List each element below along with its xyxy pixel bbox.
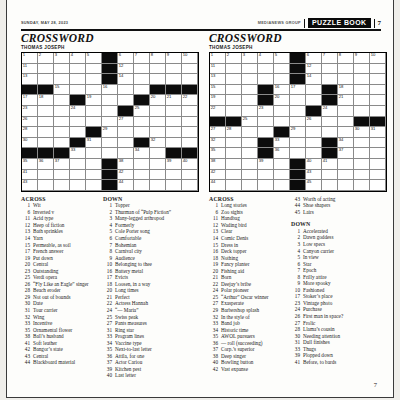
- black-cell: [290, 53, 306, 64]
- grid-cell[interactable]: [226, 106, 242, 117]
- clue-text: Stoker’s place: [303, 293, 332, 299]
- clue-text: Wit: [33, 202, 41, 208]
- grid-cell[interactable]: 43: [22, 180, 38, 191]
- cell-number: 1: [211, 53, 213, 58]
- grid-cell[interactable]: [38, 106, 54, 117]
- grid-cell[interactable]: 19: [86, 95, 102, 106]
- grid-cell[interactable]: [322, 127, 338, 138]
- grid-cell[interactable]: [226, 148, 242, 159]
- grid-cell[interactable]: 15: [54, 85, 70, 96]
- grid-cell[interactable]: 9: [354, 53, 370, 64]
- page-header: SUNDAY, MAY 28, 2023 MEDIANEWS GROUP PUZ…: [21, 18, 381, 28]
- corner-page-number: 7: [374, 381, 377, 388]
- grid-cell[interactable]: [70, 117, 86, 128]
- grid-cell[interactable]: [354, 148, 370, 159]
- cell-number: 19: [87, 95, 92, 100]
- clue-text: Epoch: [303, 267, 316, 273]
- grid-cell[interactable]: [258, 74, 274, 85]
- cell-number: 23: [259, 106, 264, 111]
- grid-cell[interactable]: [54, 117, 70, 128]
- grid-cell[interactable]: [70, 159, 86, 170]
- grid-cell[interactable]: [134, 127, 150, 138]
- cell-number: 21: [167, 95, 172, 100]
- grid-cell[interactable]: 44: [118, 180, 134, 191]
- grid-cell[interactable]: [226, 64, 242, 75]
- grid-cell[interactable]: [290, 148, 306, 159]
- clue-text: Nothing: [221, 255, 238, 261]
- grid-cell[interactable]: [242, 85, 258, 96]
- grid-cell[interactable]: [70, 180, 86, 191]
- cell-number: 11: [23, 64, 27, 69]
- grid-cell[interactable]: [54, 127, 70, 138]
- grid-cell[interactable]: 25: [134, 106, 150, 117]
- clue-text: Deep singer: [221, 353, 246, 359]
- cell-number: 31: [87, 138, 92, 143]
- grid-cell[interactable]: [354, 95, 370, 106]
- grid-cell[interactable]: [150, 170, 166, 181]
- clue-text: Attila, for one: [115, 353, 144, 359]
- grid-cell[interactable]: [134, 180, 150, 191]
- grid-cell[interactable]: 6: [306, 53, 322, 64]
- grid-cell[interactable]: 20: [274, 95, 290, 106]
- grid-cell[interactable]: [166, 74, 182, 85]
- grid-cell[interactable]: 10: [182, 53, 198, 64]
- grid-cell[interactable]: [54, 170, 70, 181]
- clue-number: 44: [21, 359, 30, 366]
- clue-text: Purchase: [303, 306, 322, 312]
- grid-cell[interactable]: [338, 64, 354, 75]
- cell-number: 6: [119, 53, 121, 58]
- grid-cell[interactable]: [38, 138, 54, 149]
- grid-cell[interactable]: [182, 180, 198, 191]
- grid-cell[interactable]: 4: [70, 53, 86, 64]
- grid-cell[interactable]: [226, 138, 242, 149]
- grid-cell[interactable]: [242, 95, 258, 106]
- grid-cell[interactable]: [102, 95, 118, 106]
- grid-cell[interactable]: [242, 170, 258, 181]
- clue-text: Loosen, in a way: [115, 281, 150, 287]
- grid-cell[interactable]: [274, 170, 290, 181]
- grid-cell[interactable]: 40: [182, 159, 198, 170]
- cell-number: 39: [259, 159, 264, 164]
- grid-cell[interactable]: [242, 64, 258, 75]
- grid-cell[interactable]: [150, 74, 166, 85]
- grid-cell[interactable]: [338, 180, 354, 191]
- grid-cell[interactable]: [322, 180, 338, 191]
- grid-cell[interactable]: [338, 170, 354, 181]
- clue-text: Fishing aid: [221, 268, 244, 274]
- grid-cell[interactable]: 10: [370, 53, 386, 64]
- clue-text: Fancy planter: [221, 261, 249, 267]
- grid-cell[interactable]: 18: [38, 95, 54, 106]
- cell-number: 36: [275, 148, 280, 153]
- grid-cell[interactable]: 31: [86, 138, 102, 149]
- cell-number: 27: [211, 127, 216, 132]
- grid-cell[interactable]: 3: [242, 53, 258, 64]
- black-cell: [102, 170, 118, 181]
- grid-cell[interactable]: 13: [22, 74, 38, 85]
- header-rule: [21, 29, 381, 31]
- clue-text: Evicts: [115, 274, 128, 280]
- grid-cell[interactable]: [166, 127, 182, 138]
- grid-cell[interactable]: [150, 159, 166, 170]
- grid-cell[interactable]: [274, 117, 290, 128]
- grid-cell[interactable]: 36: [38, 159, 54, 170]
- grid-cell[interactable]: [102, 148, 118, 159]
- grid-cell[interactable]: [274, 180, 290, 191]
- grid-cell[interactable]: 22: [210, 106, 226, 117]
- clue-text: Ring star: [115, 327, 134, 333]
- clue-text: Beach eroder: [33, 287, 61, 293]
- clue-item: 45Lairs: [291, 209, 387, 216]
- grid-cell[interactable]: [226, 85, 242, 96]
- cell-number: 32: [151, 138, 156, 143]
- grid-cell[interactable]: [354, 170, 370, 181]
- grid-cell[interactable]: [54, 64, 70, 75]
- grid-cell[interactable]: [338, 106, 354, 117]
- grid-cell[interactable]: 9: [166, 53, 182, 64]
- cell-number: 4: [71, 53, 73, 58]
- grid-cell[interactable]: [258, 180, 274, 191]
- black-cell: [290, 170, 306, 181]
- grid-cell[interactable]: [242, 159, 258, 170]
- grid-cell[interactable]: 1: [22, 53, 38, 64]
- grid-cell[interactable]: [182, 127, 198, 138]
- grid-cell[interactable]: 32: [150, 138, 166, 149]
- grid-cell[interactable]: 14: [306, 74, 322, 85]
- grid-cell[interactable]: 45: [306, 180, 322, 191]
- cell-number: 8: [151, 53, 153, 58]
- grid-cell[interactable]: [306, 95, 322, 106]
- grid-cell[interactable]: [306, 127, 322, 138]
- grid-cell[interactable]: [226, 180, 242, 191]
- clue-text: Canyon carrier: [303, 248, 334, 254]
- grid-cell[interactable]: [242, 148, 258, 159]
- grid-cell[interactable]: [86, 159, 102, 170]
- grid-cell[interactable]: [370, 159, 386, 170]
- clue-text: Audience: [115, 255, 135, 261]
- grid-cell[interactable]: 3: [54, 53, 70, 64]
- grid-cell[interactable]: [370, 106, 386, 117]
- grid-cell[interactable]: [166, 106, 182, 117]
- grid-cell[interactable]: [166, 64, 182, 75]
- cell-number: 21: [339, 95, 344, 100]
- grid-cell[interactable]: [86, 64, 102, 75]
- grid-cell[interactable]: 5: [86, 53, 102, 64]
- grid-cell[interactable]: [274, 159, 290, 170]
- grid-cell[interactable]: 23: [258, 106, 274, 117]
- grid-cell[interactable]: 4: [258, 53, 274, 64]
- grid-cell[interactable]: [150, 106, 166, 117]
- grid-cell[interactable]: [134, 85, 150, 96]
- grid-cell[interactable]: [370, 74, 386, 85]
- grid-cell[interactable]: [242, 138, 258, 149]
- grid-cell[interactable]: [38, 64, 54, 75]
- grid-cell[interactable]: [70, 74, 86, 85]
- grid-cell[interactable]: [370, 85, 386, 96]
- grid-cell[interactable]: 41: [322, 159, 338, 170]
- grid-cell[interactable]: [370, 148, 386, 159]
- cell-number: 22: [211, 106, 216, 111]
- grid-cell[interactable]: 40: [306, 159, 322, 170]
- grid-cell[interactable]: [306, 85, 322, 96]
- grid-cell[interactable]: [166, 180, 182, 191]
- grid-cell[interactable]: [322, 117, 338, 128]
- clue-text: Perfect: [115, 294, 130, 300]
- grid-cell[interactable]: [258, 127, 274, 138]
- grid-cell[interactable]: [38, 117, 54, 128]
- grid-cell[interactable]: [290, 95, 306, 106]
- grid-cell[interactable]: [354, 85, 370, 96]
- grid-cell[interactable]: 26: [306, 117, 322, 128]
- cell-number: 42: [119, 170, 124, 175]
- grid-cell[interactable]: [242, 74, 258, 85]
- clue-text: Pants measures: [115, 320, 147, 326]
- clue-text: Inverted v: [33, 209, 54, 215]
- grid-cell[interactable]: [134, 117, 150, 128]
- grid-cell[interactable]: 8: [338, 53, 354, 64]
- grid-cell[interactable]: 25: [242, 117, 258, 128]
- cell-number: 16: [103, 85, 108, 90]
- grid-cell[interactable]: [182, 74, 198, 85]
- cell-number: 45: [307, 180, 312, 185]
- grid-cell[interactable]: [102, 138, 118, 149]
- grid-cell[interactable]: [134, 170, 150, 181]
- grid-cell[interactable]: [370, 180, 386, 191]
- grid-cell[interactable]: [134, 74, 150, 85]
- grid-cell[interactable]: [70, 127, 86, 138]
- clue-number: 45: [291, 209, 300, 216]
- grid-cell[interactable]: 7: [134, 53, 150, 64]
- black-cell: [258, 85, 274, 96]
- grid-cell[interactable]: [70, 170, 86, 181]
- cell-number: 33: [71, 148, 76, 153]
- grid-cell[interactable]: [86, 117, 102, 128]
- grid-cell[interactable]: [70, 64, 86, 75]
- grid-cell[interactable]: 2: [38, 53, 54, 64]
- grid-cell[interactable]: [166, 170, 182, 181]
- grid-cell[interactable]: [38, 74, 54, 85]
- grid-cell[interactable]: [182, 106, 198, 117]
- grid-cell[interactable]: [322, 74, 338, 85]
- grid-cell[interactable]: [166, 117, 182, 128]
- grid-cell[interactable]: 31: [370, 127, 386, 138]
- grid-cell[interactable]: [338, 117, 354, 128]
- grid-cell[interactable]: [118, 127, 134, 138]
- puzzle-title: CROSSWORD: [21, 32, 198, 44]
- grid-cell[interactable]: 2: [226, 53, 242, 64]
- grid-cell[interactable]: 28: [226, 127, 242, 138]
- black-cell: [290, 159, 306, 170]
- grid-cell[interactable]: [258, 64, 274, 75]
- grid-cell[interactable]: 1: [210, 53, 226, 64]
- grid-cell[interactable]: 30: [22, 138, 38, 149]
- grid-cell[interactable]: [102, 106, 118, 117]
- grid-cell[interactable]: 23: [22, 106, 38, 117]
- grid-cell[interactable]: [354, 64, 370, 75]
- grid-cell[interactable]: 39: [166, 159, 182, 170]
- grid-cell[interactable]: [150, 117, 166, 128]
- grid-cell[interactable]: 35: [22, 159, 38, 170]
- grid-cell[interactable]: [242, 127, 258, 138]
- clue-text: Verdi opera: [33, 274, 57, 280]
- grid-cell[interactable]: [86, 74, 102, 85]
- grid-cell[interactable]: [118, 95, 134, 106]
- cell-number: 3: [55, 53, 57, 58]
- clue-text: Before, to bards: [303, 359, 336, 365]
- grid-cell[interactable]: [150, 148, 166, 159]
- grid-cell[interactable]: [274, 64, 290, 75]
- puzzle-title: CROSSWORD: [209, 32, 387, 44]
- cell-number: 4: [259, 53, 261, 58]
- grid-cell[interactable]: [166, 138, 182, 149]
- clue-text: Date: [33, 300, 43, 306]
- cell-number: 13: [23, 74, 28, 79]
- grid-cell[interactable]: 22: [182, 95, 198, 106]
- grid-cell[interactable]: [54, 138, 70, 149]
- grid-cell[interactable]: 7: [322, 53, 338, 64]
- clue-text: Band job: [221, 320, 240, 326]
- grid-cell[interactable]: [38, 170, 54, 181]
- grid-cell[interactable]: 33: [70, 148, 86, 159]
- grid-cell[interactable]: 20: [150, 95, 166, 106]
- grid-cell[interactable]: [354, 159, 370, 170]
- grid-cell[interactable]: [226, 74, 242, 85]
- grid-cell[interactable]: [354, 106, 370, 117]
- cell-number: 44: [119, 180, 124, 185]
- grid-cell[interactable]: 27: [118, 117, 134, 128]
- cell-number: 7: [323, 53, 325, 58]
- cell-number: 41: [23, 170, 28, 175]
- cell-number: 18: [339, 85, 344, 90]
- clue-text: Worth of acting: [303, 196, 335, 202]
- grid-cell[interactable]: [354, 180, 370, 191]
- cell-number: 44: [211, 180, 216, 185]
- grid-cell[interactable]: [182, 117, 198, 128]
- grid-cell[interactable]: [226, 159, 242, 170]
- grid-cell[interactable]: 30: [354, 127, 370, 138]
- grid-cell[interactable]: [370, 95, 386, 106]
- grid-cell[interactable]: 21: [166, 95, 182, 106]
- grid-cell[interactable]: [182, 138, 198, 149]
- grid-cell[interactable]: [274, 106, 290, 117]
- clue-text: Last letter: [115, 372, 136, 378]
- grid-cell[interactable]: [182, 170, 198, 181]
- grid-cell[interactable]: [354, 138, 370, 149]
- grid-cell[interactable]: [242, 106, 258, 117]
- cell-number: 37: [339, 148, 344, 153]
- grid-cell[interactable]: [86, 106, 102, 117]
- grid-cell[interactable]: 38: [210, 159, 226, 170]
- cell-number: 28: [227, 127, 232, 132]
- grid-cell[interactable]: [86, 148, 102, 159]
- grid-cell[interactable]: [370, 170, 386, 181]
- clue-text: Vintage photo: [303, 300, 332, 306]
- cell-number: 33: [275, 138, 280, 143]
- cell-number: 5: [87, 53, 89, 58]
- grid-cell[interactable]: [54, 180, 70, 191]
- grid-cell[interactable]: [134, 64, 150, 75]
- grid-cell[interactable]: [38, 127, 54, 138]
- grid-cell[interactable]: [226, 95, 242, 106]
- grid-cell[interactable]: [258, 170, 274, 181]
- grid-cell[interactable]: [370, 138, 386, 149]
- grid-cell[interactable]: 37: [54, 159, 70, 170]
- cell-number: 26: [307, 117, 312, 122]
- grid-cell[interactable]: [290, 106, 306, 117]
- grid-cell[interactable]: 34: [134, 148, 150, 159]
- clue-text: Accelerated: [303, 228, 328, 234]
- grid-cell[interactable]: [38, 180, 54, 191]
- grid-cell[interactable]: [182, 64, 198, 75]
- grid-cell[interactable]: [226, 170, 242, 181]
- grid-cell[interactable]: 5: [274, 53, 290, 64]
- grid-cell[interactable]: [306, 138, 322, 149]
- grid-cell[interactable]: 16: [102, 85, 118, 96]
- grid-cell[interactable]: 39: [258, 159, 274, 170]
- grid-cell[interactable]: [322, 170, 338, 181]
- grid-cell[interactable]: [86, 170, 102, 181]
- grid-cell[interactable]: [290, 138, 306, 149]
- grid-cell[interactable]: [86, 180, 102, 191]
- grid-cell[interactable]: [242, 180, 258, 191]
- clue-text: Thugs: [303, 346, 316, 352]
- cell-number: 36: [39, 159, 44, 164]
- grid-cell[interactable]: 8: [150, 53, 166, 64]
- clue-text: Bohemian: [115, 242, 136, 248]
- clue-text: Frilly attire: [303, 274, 326, 280]
- grid-cell[interactable]: 24: [70, 106, 86, 117]
- clue-text: AWOL pursuers: [221, 333, 255, 339]
- grid-cell[interactable]: 37: [338, 148, 354, 159]
- grid-cell[interactable]: [354, 74, 370, 85]
- grid-cell[interactable]: [258, 117, 274, 128]
- grid-cell[interactable]: [118, 85, 134, 96]
- cell-number: 32: [211, 138, 216, 143]
- grid-cell[interactable]: [338, 159, 354, 170]
- grid-cell[interactable]: [150, 180, 166, 191]
- grid-cell[interactable]: 24: [322, 106, 338, 117]
- grid-cell[interactable]: [134, 159, 150, 170]
- grid-cell[interactable]: [150, 64, 166, 75]
- clue-lists: ACROSS1Wit6Inverted v11Acid type12Heep o…: [21, 196, 198, 379]
- cell-number: 12: [307, 64, 312, 69]
- grid-cell[interactable]: 36: [274, 148, 290, 159]
- grid-cell[interactable]: 38: [118, 159, 134, 170]
- grid-cell[interactable]: 44: [210, 180, 226, 191]
- page-date: SUNDAY, MAY 28, 2023: [21, 21, 68, 25]
- clue-text: Ball’s husband: [33, 333, 64, 339]
- cell-number: 11: [211, 64, 215, 69]
- grid-cell[interactable]: [118, 138, 134, 149]
- grid-cell[interactable]: 29: [102, 127, 118, 138]
- grid-cell[interactable]: 29: [290, 127, 306, 138]
- puzzle-byline: THOMAS JOSEPH: [21, 45, 198, 50]
- grid-cell[interactable]: 6: [118, 53, 134, 64]
- grid-cell[interactable]: [54, 106, 70, 117]
- grid-cell[interactable]: 14: [118, 74, 134, 85]
- clue-text: Program lines: [115, 333, 144, 339]
- clue-text: Soft leather: [33, 340, 57, 346]
- black-cell: [306, 106, 322, 117]
- grid-cell[interactable]: 21: [338, 95, 354, 106]
- header-divider: [374, 19, 375, 28]
- grid-cell[interactable]: [322, 64, 338, 75]
- grid-cell[interactable]: [370, 64, 386, 75]
- grid-cell[interactable]: 17: [290, 85, 306, 96]
- grid-cell[interactable]: [70, 85, 86, 96]
- grid-cell[interactable]: [54, 95, 70, 106]
